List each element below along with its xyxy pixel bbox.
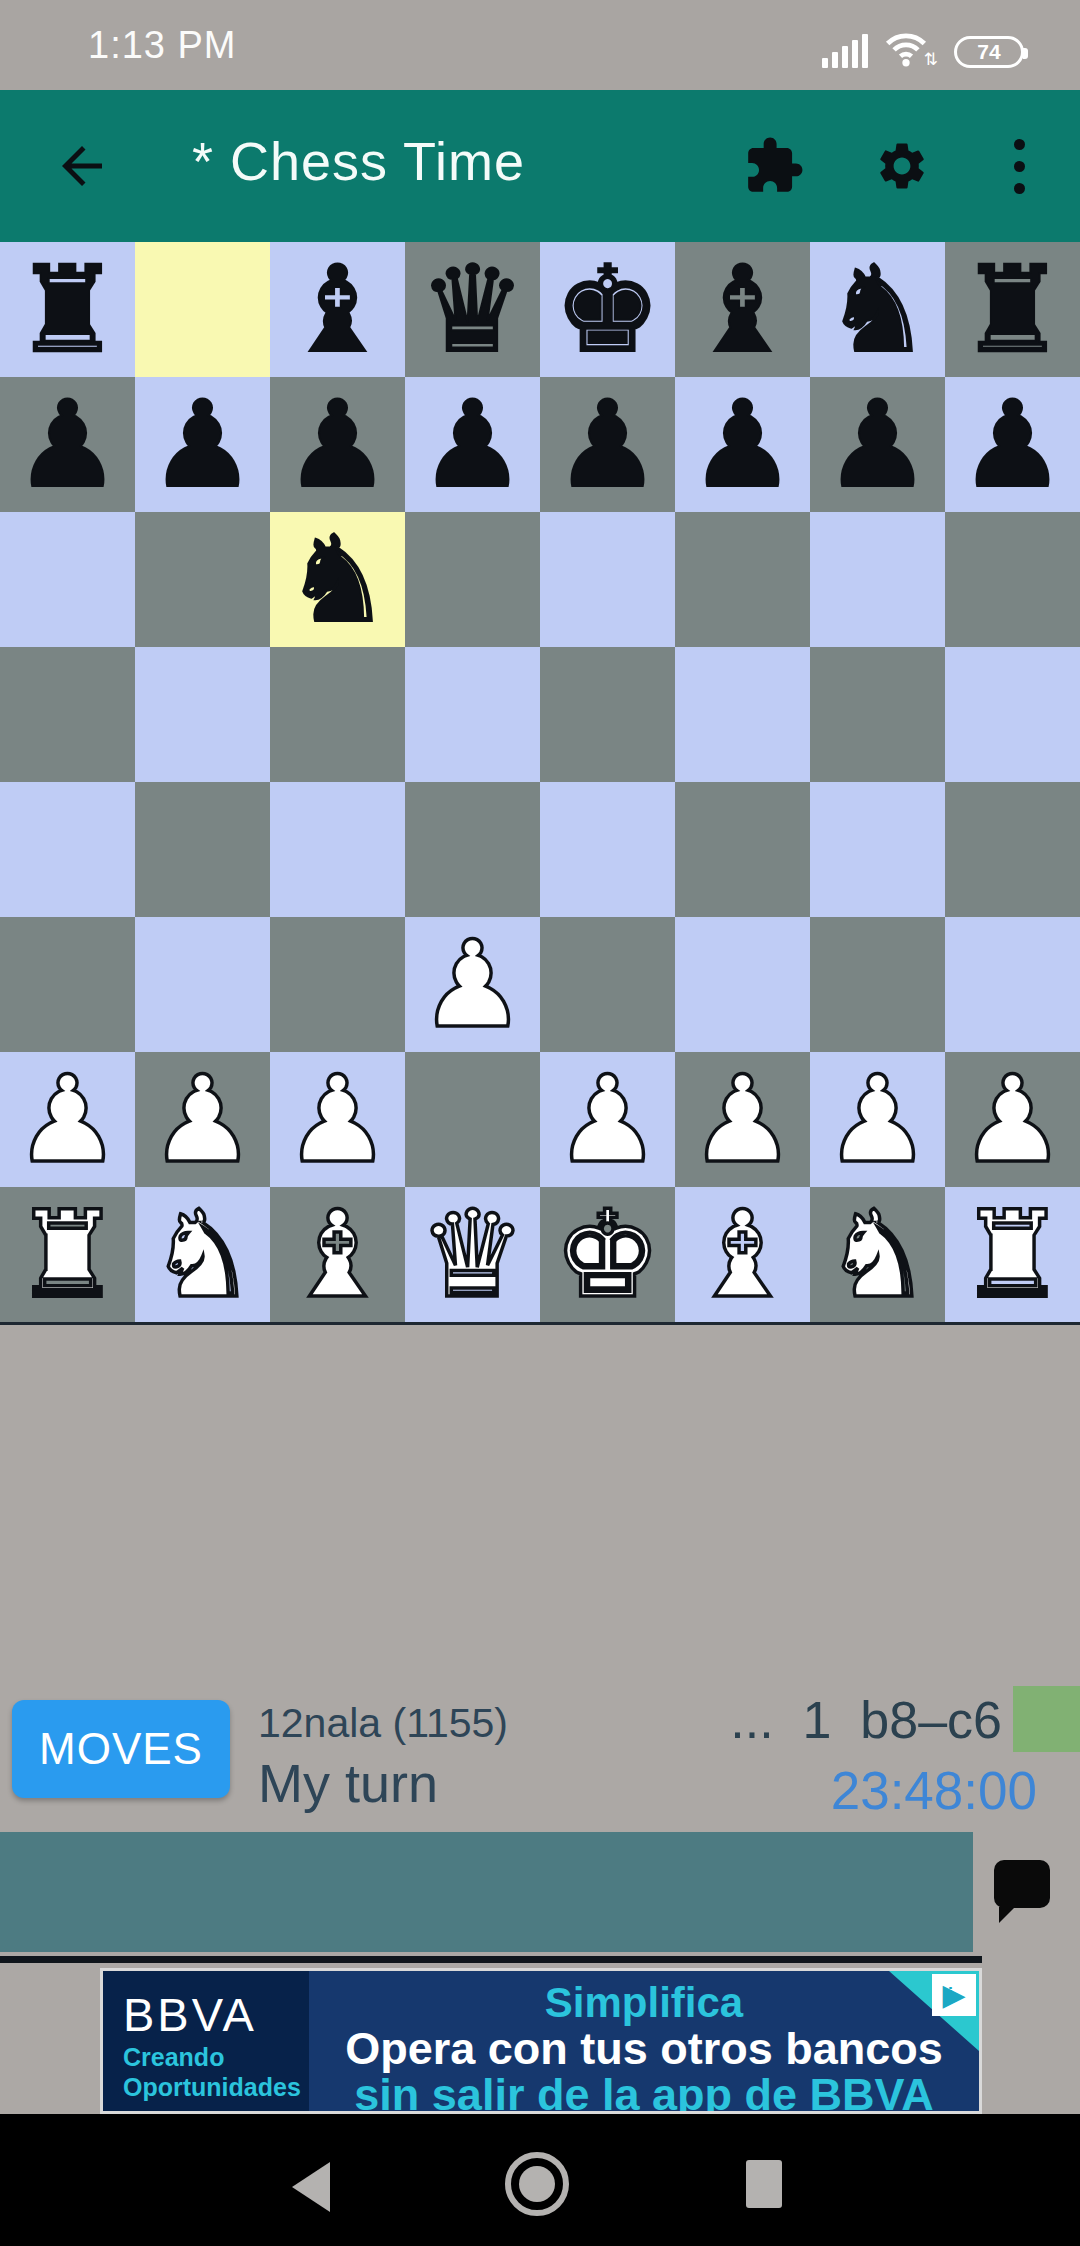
- square-d6[interactable]: [405, 512, 540, 647]
- move-indicator-square: [1013, 1686, 1080, 1752]
- piece-br-h8: ♜: [959, 242, 1067, 377]
- piece-bp-d7: ♟: [419, 377, 527, 512]
- turn-status: My turn: [258, 1752, 438, 1814]
- square-e8[interactable]: ♚: [540, 242, 675, 377]
- piece-wp-g2: ♟: [824, 1052, 932, 1187]
- piece-wp-f2: ♟: [689, 1052, 797, 1187]
- square-g3[interactable]: [810, 917, 945, 1052]
- square-h2[interactable]: ♟: [945, 1052, 1080, 1187]
- square-d8[interactable]: ♛: [405, 242, 540, 377]
- square-d3[interactable]: ♟: [405, 917, 540, 1052]
- nav-recents-icon[interactable]: [746, 2160, 782, 2208]
- square-c7[interactable]: ♟: [270, 377, 405, 512]
- square-g1[interactable]: ♞: [810, 1187, 945, 1322]
- square-e7[interactable]: ♟: [540, 377, 675, 512]
- piece-wn-b1: ♞: [149, 1187, 257, 1322]
- square-g6[interactable]: [810, 512, 945, 647]
- piece-wp-d3: ♟: [419, 917, 527, 1052]
- app-bar: * Chess Time: [0, 90, 1080, 242]
- piece-bp-b7: ♟: [149, 377, 257, 512]
- square-a3[interactable]: [0, 917, 135, 1052]
- piece-wb-f1: ♝: [689, 1187, 797, 1322]
- puzzle-extension-icon[interactable]: [740, 132, 808, 200]
- moves-button[interactable]: MOVES: [12, 1700, 230, 1798]
- square-c1[interactable]: ♝: [270, 1187, 405, 1322]
- square-b3[interactable]: [135, 917, 270, 1052]
- square-d4[interactable]: [405, 782, 540, 917]
- square-g7[interactable]: ♟: [810, 377, 945, 512]
- square-f5[interactable]: [675, 647, 810, 782]
- settings-gear-icon[interactable]: [868, 132, 936, 200]
- chat-input[interactable]: [0, 1832, 973, 1952]
- square-f3[interactable]: [675, 917, 810, 1052]
- battery-icon: 74: [954, 36, 1024, 68]
- square-c8[interactable]: ♝: [270, 242, 405, 377]
- piece-wn-g1: ♞: [824, 1187, 932, 1322]
- piece-bp-a7: ♟: [14, 377, 122, 512]
- page-title: * Chess Time: [192, 130, 525, 192]
- square-h5[interactable]: [945, 647, 1080, 782]
- square-d5[interactable]: [405, 647, 540, 782]
- square-f4[interactable]: [675, 782, 810, 917]
- nav-home-icon[interactable]: [505, 2152, 569, 2216]
- piece-bp-g7: ♟: [824, 377, 932, 512]
- piece-wr-h1: ♜: [959, 1187, 1067, 1322]
- square-h6[interactable]: [945, 512, 1080, 647]
- square-h3[interactable]: [945, 917, 1080, 1052]
- square-a5[interactable]: [0, 647, 135, 782]
- square-c5[interactable]: [270, 647, 405, 782]
- square-b4[interactable]: [135, 782, 270, 917]
- square-a2[interactable]: ♟: [0, 1052, 135, 1187]
- status-bar: 1:13 PM ⇅ 74: [0, 0, 1080, 90]
- square-d7[interactable]: ♟: [405, 377, 540, 512]
- back-arrow-icon[interactable]: [50, 130, 114, 202]
- piece-wp-h2: ♟: [959, 1052, 1067, 1187]
- battery-percent: 74: [977, 40, 1000, 64]
- square-a7[interactable]: ♟: [0, 377, 135, 512]
- nav-back-icon[interactable]: [292, 2162, 330, 2212]
- square-g8[interactable]: ♞: [810, 242, 945, 377]
- square-b7[interactable]: ♟: [135, 377, 270, 512]
- chess-board[interactable]: ♜♝♛♚♝♞♜♟♟♟♟♟♟♟♟♞♟♟♟♟♟♟♟♟♜♞♝♛♚♝♞♜: [0, 242, 1080, 1325]
- phone-screen: 1:13 PM ⇅ 74 *: [0, 0, 1080, 2246]
- overflow-menu-icon[interactable]: [995, 132, 1043, 200]
- piece-bb-f8: ♝: [689, 242, 797, 377]
- game-clock: 23:48:00: [831, 1760, 1037, 1821]
- piece-bp-c7: ♟: [284, 377, 392, 512]
- square-f2[interactable]: ♟: [675, 1052, 810, 1187]
- ad-text-line3: sin salir de la app de BBVA: [309, 2069, 979, 2114]
- square-e3[interactable]: [540, 917, 675, 1052]
- piece-bp-f7: ♟: [689, 377, 797, 512]
- square-h4[interactable]: [945, 782, 1080, 917]
- piece-bn-g8: ♞: [824, 242, 932, 377]
- square-e5[interactable]: [540, 647, 675, 782]
- piece-wp-a2: ♟: [14, 1052, 122, 1187]
- square-b1[interactable]: ♞: [135, 1187, 270, 1322]
- piece-wk-e1: ♚: [554, 1187, 662, 1322]
- piece-bp-h7: ♟: [959, 377, 1067, 512]
- piece-wp-c2: ♟: [284, 1052, 392, 1187]
- square-b8[interactable]: [135, 242, 270, 377]
- section-divider: [0, 1956, 982, 1963]
- square-a1[interactable]: ♜: [0, 1187, 135, 1322]
- piece-bb-c8: ♝: [284, 242, 392, 377]
- ad-info-icon[interactable]: ▶ i: [932, 1974, 976, 2016]
- square-a8[interactable]: ♜: [0, 242, 135, 377]
- square-a4[interactable]: [0, 782, 135, 917]
- signal-strength-icon: [822, 32, 868, 68]
- square-d2[interactable]: [405, 1052, 540, 1187]
- square-h7[interactable]: ♟: [945, 377, 1080, 512]
- piece-wp-e2: ♟: [554, 1052, 662, 1187]
- square-g5[interactable]: [810, 647, 945, 782]
- square-b5[interactable]: [135, 647, 270, 782]
- piece-wq-d1: ♛: [419, 1187, 527, 1322]
- piece-bn-c6: ♞: [284, 512, 392, 647]
- square-e6[interactable]: [540, 512, 675, 647]
- piece-wp-b2: ♟: [149, 1052, 257, 1187]
- piece-br-a8: ♜: [14, 242, 122, 377]
- square-h1[interactable]: ♜: [945, 1187, 1080, 1322]
- square-c4[interactable]: [270, 782, 405, 917]
- ad-tagline-line2: Oportunidades: [123, 2073, 301, 2102]
- ad-brand-panel: BBVA Creando Oportunidades: [103, 1971, 309, 2111]
- wifi-traffic-arrows-icon: ⇅: [924, 51, 938, 68]
- piece-wb-c1: ♝: [284, 1187, 392, 1322]
- square-e1[interactable]: ♚: [540, 1187, 675, 1322]
- square-h8[interactable]: ♜: [945, 242, 1080, 377]
- square-g4[interactable]: [810, 782, 945, 917]
- square-f1[interactable]: ♝: [675, 1187, 810, 1322]
- square-b6[interactable]: [135, 512, 270, 647]
- opponent-name: 12nala (1155): [258, 1700, 508, 1747]
- square-e2[interactable]: ♟: [540, 1052, 675, 1187]
- piece-wr-a1: ♜: [14, 1187, 122, 1322]
- wifi-icon: ⇅: [884, 30, 938, 68]
- square-c6[interactable]: ♞: [270, 512, 405, 647]
- piece-bk-e8: ♚: [554, 242, 662, 377]
- square-f8[interactable]: ♝: [675, 242, 810, 377]
- square-c3[interactable]: [270, 917, 405, 1052]
- piece-bp-e7: ♟: [554, 377, 662, 512]
- status-icons: ⇅ 74: [822, 28, 1024, 68]
- ad-brand-logo: BBVA: [123, 1987, 257, 2042]
- ad-text-line2: Opera con tus otros bancos: [309, 2023, 979, 2075]
- piece-bq-d8: ♛: [419, 242, 527, 377]
- square-d1[interactable]: ♛: [405, 1187, 540, 1322]
- square-g2[interactable]: ♟: [810, 1052, 945, 1187]
- ad-message-panel: Simplifica Opera con tus otros bancos si…: [309, 1971, 979, 2111]
- last-move-text: ... 1 b8–c6: [730, 1690, 1002, 1750]
- ad-headline: Simplifica: [309, 1979, 979, 2027]
- ad-tagline-line1: Creando: [123, 2043, 224, 2072]
- square-b2[interactable]: ♟: [135, 1052, 270, 1187]
- square-c2[interactable]: ♟: [270, 1052, 405, 1187]
- status-clock: 1:13 PM: [88, 24, 237, 67]
- square-f7[interactable]: ♟: [675, 377, 810, 512]
- square-a6[interactable]: [0, 512, 135, 647]
- chat-bubble-icon[interactable]: [994, 1860, 1050, 1908]
- ad-banner[interactable]: BBVA Creando Oportunidades Simplifica Op…: [100, 1968, 982, 2114]
- square-f6[interactable]: [675, 512, 810, 647]
- square-e4[interactable]: [540, 782, 675, 917]
